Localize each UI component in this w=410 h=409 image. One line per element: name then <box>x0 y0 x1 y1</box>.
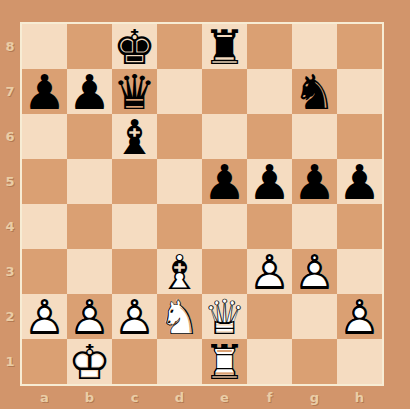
piece-white-king-b1[interactable]: ♚♔ <box>67 339 112 384</box>
piece-glyph-fill: ♝ <box>112 114 157 159</box>
square-g8[interactable] <box>292 24 337 69</box>
piece-glyph-fill: ♟ <box>337 159 382 204</box>
piece-white-pawn-f3[interactable]: ♟♙ <box>247 249 292 294</box>
square-f7[interactable] <box>247 69 292 114</box>
piece-black-rook-e8[interactable]: ♜ <box>202 24 247 69</box>
square-a1[interactable] <box>22 339 67 384</box>
square-g2[interactable] <box>292 294 337 339</box>
piece-black-pawn-a7[interactable]: ♟ <box>22 69 67 114</box>
piece-black-pawn-f5[interactable]: ♟ <box>247 159 292 204</box>
square-c8[interactable]: ♚ <box>112 24 157 69</box>
square-a4[interactable] <box>22 204 67 249</box>
piece-white-pawn-a2[interactable]: ♟♙ <box>22 294 67 339</box>
square-f6[interactable] <box>247 114 292 159</box>
rank-label-5: 5 <box>0 159 20 204</box>
piece-black-bishop-c6[interactable]: ♝ <box>112 114 157 159</box>
rank-label-7: 7 <box>0 69 20 114</box>
piece-glyph-fill: ♟ <box>247 159 292 204</box>
file-label-h: h <box>337 387 382 407</box>
square-d3[interactable]: ♝♗ <box>157 249 202 294</box>
square-g6[interactable] <box>292 114 337 159</box>
piece-glyph-outline: ♙ <box>112 294 157 339</box>
piece-black-king-c8[interactable]: ♚ <box>112 24 157 69</box>
square-e8[interactable]: ♜ <box>202 24 247 69</box>
square-b3[interactable] <box>67 249 112 294</box>
piece-white-pawn-b2[interactable]: ♟♙ <box>67 294 112 339</box>
rank-label-3: 3 <box>0 249 20 294</box>
square-g4[interactable] <box>292 204 337 249</box>
file-label-g: g <box>292 387 337 407</box>
rank-label-6: 6 <box>0 114 20 159</box>
square-b2[interactable]: ♟♙ <box>67 294 112 339</box>
square-e2[interactable]: ♛♕ <box>202 294 247 339</box>
file-label-d: d <box>157 387 202 407</box>
piece-glyph-outline: ♔ <box>67 339 112 384</box>
piece-white-pawn-g3[interactable]: ♟♙ <box>292 249 337 294</box>
piece-white-queen-e2[interactable]: ♛♕ <box>202 294 247 339</box>
piece-black-pawn-g5[interactable]: ♟ <box>292 159 337 204</box>
piece-black-knight-g7[interactable]: ♞ <box>292 69 337 114</box>
square-d2[interactable]: ♞♘ <box>157 294 202 339</box>
board-grid: ♚♜♟♟♛♞♝♟♟♟♟♝♗♟♙♟♙♟♙♟♙♟♙♞♘♛♕♟♙♚♔♜♖ <box>22 24 382 384</box>
piece-glyph-fill: ♛ <box>112 69 157 114</box>
chess-board: ♚♜♟♟♛♞♝♟♟♟♟♝♗♟♙♟♙♟♙♟♙♟♙♞♘♛♕♟♙♚♔♜♖ <box>20 22 384 386</box>
piece-glyph-outline: ♙ <box>292 249 337 294</box>
square-c5[interactable] <box>112 159 157 204</box>
square-h2[interactable]: ♟♙ <box>337 294 382 339</box>
square-b4[interactable] <box>67 204 112 249</box>
square-a8[interactable] <box>22 24 67 69</box>
piece-glyph-fill: ♜ <box>202 24 247 69</box>
piece-glyph-fill: ♚ <box>112 24 157 69</box>
piece-white-knight-d2[interactable]: ♞♘ <box>157 294 202 339</box>
piece-glyph-fill: ♞ <box>292 69 337 114</box>
square-g7[interactable]: ♞ <box>292 69 337 114</box>
piece-white-bishop-d3[interactable]: ♝♗ <box>157 249 202 294</box>
piece-glyph-outline: ♗ <box>157 249 202 294</box>
square-c2[interactable]: ♟♙ <box>112 294 157 339</box>
square-f3[interactable]: ♟♙ <box>247 249 292 294</box>
square-c6[interactable]: ♝ <box>112 114 157 159</box>
square-b6[interactable] <box>67 114 112 159</box>
piece-glyph-fill: ♟ <box>202 159 247 204</box>
square-e5[interactable]: ♟ <box>202 159 247 204</box>
file-labels: abcdefgh <box>22 387 382 407</box>
rank-label-8: 8 <box>0 24 20 69</box>
rank-labels: 87654321 <box>0 24 20 384</box>
piece-glyph-outline: ♖ <box>202 339 247 384</box>
square-c7[interactable]: ♛ <box>112 69 157 114</box>
file-label-a: a <box>22 387 67 407</box>
square-f4[interactable] <box>247 204 292 249</box>
square-d4[interactable] <box>157 204 202 249</box>
file-label-f: f <box>247 387 292 407</box>
piece-glyph-outline: ♙ <box>247 249 292 294</box>
square-b7[interactable]: ♟ <box>67 69 112 114</box>
square-h3[interactable] <box>337 249 382 294</box>
piece-black-pawn-h5[interactable]: ♟ <box>337 159 382 204</box>
square-e1[interactable]: ♜♖ <box>202 339 247 384</box>
square-a5[interactable] <box>22 159 67 204</box>
square-h8[interactable] <box>337 24 382 69</box>
piece-white-pawn-h2[interactable]: ♟♙ <box>337 294 382 339</box>
square-c1[interactable] <box>112 339 157 384</box>
square-f8[interactable] <box>247 24 292 69</box>
square-f5[interactable]: ♟ <box>247 159 292 204</box>
square-h6[interactable] <box>337 114 382 159</box>
rank-label-4: 4 <box>0 204 20 249</box>
piece-glyph-outline: ♕ <box>202 294 247 339</box>
square-h5[interactable]: ♟ <box>337 159 382 204</box>
piece-glyph-outline: ♙ <box>337 294 382 339</box>
square-d5[interactable] <box>157 159 202 204</box>
square-e3[interactable] <box>202 249 247 294</box>
square-f2[interactable] <box>247 294 292 339</box>
square-d8[interactable] <box>157 24 202 69</box>
square-g5[interactable]: ♟ <box>292 159 337 204</box>
piece-glyph-outline: ♙ <box>67 294 112 339</box>
file-label-c: c <box>112 387 157 407</box>
square-a7[interactable]: ♟ <box>22 69 67 114</box>
chess-board-screenshot: ♚♜♟♟♛♞♝♟♟♟♟♝♗♟♙♟♙♟♙♟♙♟♙♞♘♛♕♟♙♚♔♜♖ 876543… <box>0 0 410 409</box>
square-h7[interactable] <box>337 69 382 114</box>
rank-label-2: 2 <box>0 294 20 339</box>
square-e4[interactable] <box>202 204 247 249</box>
square-e7[interactable] <box>202 69 247 114</box>
square-e6[interactable] <box>202 114 247 159</box>
piece-glyph-outline: ♙ <box>22 294 67 339</box>
square-b1[interactable]: ♚♔ <box>67 339 112 384</box>
square-a6[interactable] <box>22 114 67 159</box>
square-h4[interactable] <box>337 204 382 249</box>
piece-white-rook-e1[interactable]: ♜♖ <box>202 339 247 384</box>
piece-glyph-fill: ♟ <box>22 69 67 114</box>
square-a2[interactable]: ♟♙ <box>22 294 67 339</box>
piece-black-queen-c7[interactable]: ♛ <box>112 69 157 114</box>
square-f1[interactable] <box>247 339 292 384</box>
piece-black-pawn-b7[interactable]: ♟ <box>67 69 112 114</box>
square-b8[interactable] <box>67 24 112 69</box>
piece-glyph-fill: ♟ <box>67 69 112 114</box>
piece-glyph-fill: ♟ <box>292 159 337 204</box>
rank-label-1: 1 <box>0 339 20 384</box>
square-d1[interactable] <box>157 339 202 384</box>
file-label-e: e <box>202 387 247 407</box>
square-h1[interactable] <box>337 339 382 384</box>
square-c4[interactable] <box>112 204 157 249</box>
file-label-b: b <box>67 387 112 407</box>
square-d6[interactable] <box>157 114 202 159</box>
square-b5[interactable] <box>67 159 112 204</box>
piece-white-pawn-c2[interactable]: ♟♙ <box>112 294 157 339</box>
square-c3[interactable] <box>112 249 157 294</box>
square-g3[interactable]: ♟♙ <box>292 249 337 294</box>
square-g1[interactable] <box>292 339 337 384</box>
piece-black-pawn-e5[interactable]: ♟ <box>202 159 247 204</box>
piece-glyph-outline: ♘ <box>157 294 202 339</box>
square-d7[interactable] <box>157 69 202 114</box>
square-a3[interactable] <box>22 249 67 294</box>
